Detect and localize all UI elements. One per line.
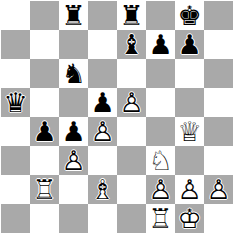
square-c2[interactable] [59,175,88,204]
square-h7[interactable] [204,30,233,59]
square-b4[interactable]: ♟ [30,117,59,146]
square-c1[interactable] [59,204,88,233]
white-bishop[interactable]: ♗ [88,175,117,204]
square-f3[interactable]: ♞♘ [146,146,175,175]
square-b1[interactable] [30,204,59,233]
square-e3[interactable] [117,146,146,175]
square-h5[interactable] [204,88,233,117]
white-rook[interactable]: ♖ [30,175,59,204]
white-pawn[interactable]: ♙ [204,175,233,204]
white-king[interactable]: ♔ [175,204,204,233]
white-queen[interactable]: ♕ [175,117,204,146]
square-a4[interactable] [1,117,30,146]
black-pawn[interactable]: ♟ [30,117,59,146]
square-d3[interactable] [88,146,117,175]
square-e7[interactable]: ♝ [117,30,146,59]
white-pawn[interactable]: ♙ [117,88,146,117]
square-h8[interactable] [204,1,233,30]
white-rook[interactable]: ♖ [146,204,175,233]
square-e6[interactable] [117,59,146,88]
square-b8[interactable] [30,1,59,30]
square-c8[interactable]: ♜ [59,1,88,30]
square-d6[interactable] [88,59,117,88]
square-b7[interactable] [30,30,59,59]
square-d7[interactable] [88,30,117,59]
square-d2[interactable]: ♝♗ [88,175,117,204]
black-rook[interactable]: ♜ [117,1,146,30]
square-h3[interactable] [204,146,233,175]
white-knight[interactable]: ♘ [146,146,175,175]
square-h2[interactable]: ♟♙ [204,175,233,204]
square-e4[interactable] [117,117,146,146]
square-c6[interactable]: ♞ [59,59,88,88]
black-pawn[interactable]: ♟ [146,30,175,59]
square-f4[interactable] [146,117,175,146]
square-g2[interactable]: ♟♙ [175,175,204,204]
square-d5[interactable]: ♟ [88,88,117,117]
square-a3[interactable] [1,146,30,175]
black-queen[interactable]: ♛ [1,88,30,117]
square-f1[interactable]: ♜♖ [146,204,175,233]
square-a6[interactable] [1,59,30,88]
square-g7[interactable]: ♟ [175,30,204,59]
square-b3[interactable] [30,146,59,175]
square-e1[interactable] [117,204,146,233]
square-g6[interactable] [175,59,204,88]
square-g4[interactable]: ♛♕ [175,117,204,146]
square-g1[interactable]: ♚♔ [175,204,204,233]
square-g5[interactable] [175,88,204,117]
square-d8[interactable] [88,1,117,30]
square-b6[interactable] [30,59,59,88]
square-b2[interactable]: ♜♖ [30,175,59,204]
black-pawn[interactable]: ♟ [88,88,117,117]
black-bishop[interactable]: ♝ [117,30,146,59]
square-h1[interactable] [204,204,233,233]
black-knight[interactable]: ♞ [59,59,88,88]
chess-diagram: ♜♜♚♝♟♟♞♛♟♟♙♟♟♟♙♛♕♟♙♞♘♜♖♝♗♟♙♟♙♟♙♜♖♚♔ [0,0,234,234]
square-c4[interactable]: ♟ [59,117,88,146]
square-d1[interactable] [88,204,117,233]
square-e8[interactable]: ♜ [117,1,146,30]
square-a1[interactable] [1,204,30,233]
chess-board: ♜♜♚♝♟♟♞♛♟♟♙♟♟♟♙♛♕♟♙♞♘♜♖♝♗♟♙♟♙♟♙♜♖♚♔ [1,1,233,233]
square-b5[interactable] [30,88,59,117]
square-f2[interactable]: ♟♙ [146,175,175,204]
square-a5[interactable]: ♛ [1,88,30,117]
square-e2[interactable] [117,175,146,204]
square-a8[interactable] [1,1,30,30]
white-pawn[interactable]: ♙ [88,117,117,146]
square-c7[interactable] [59,30,88,59]
black-pawn[interactable]: ♟ [59,117,88,146]
square-g3[interactable] [175,146,204,175]
square-a7[interactable] [1,30,30,59]
square-c5[interactable] [59,88,88,117]
black-rook[interactable]: ♜ [59,1,88,30]
square-a2[interactable] [1,175,30,204]
square-h6[interactable] [204,59,233,88]
square-e5[interactable]: ♟♙ [117,88,146,117]
white-pawn[interactable]: ♙ [175,175,204,204]
white-pawn[interactable]: ♙ [146,175,175,204]
square-h4[interactable] [204,117,233,146]
square-f7[interactable]: ♟ [146,30,175,59]
white-pawn[interactable]: ♙ [59,146,88,175]
square-d4[interactable]: ♟♙ [88,117,117,146]
black-pawn[interactable]: ♟ [175,30,204,59]
square-f8[interactable] [146,1,175,30]
square-g8[interactable]: ♚ [175,1,204,30]
square-c3[interactable]: ♟♙ [59,146,88,175]
square-f5[interactable] [146,88,175,117]
black-king[interactable]: ♚ [175,1,204,30]
square-f6[interactable] [146,59,175,88]
